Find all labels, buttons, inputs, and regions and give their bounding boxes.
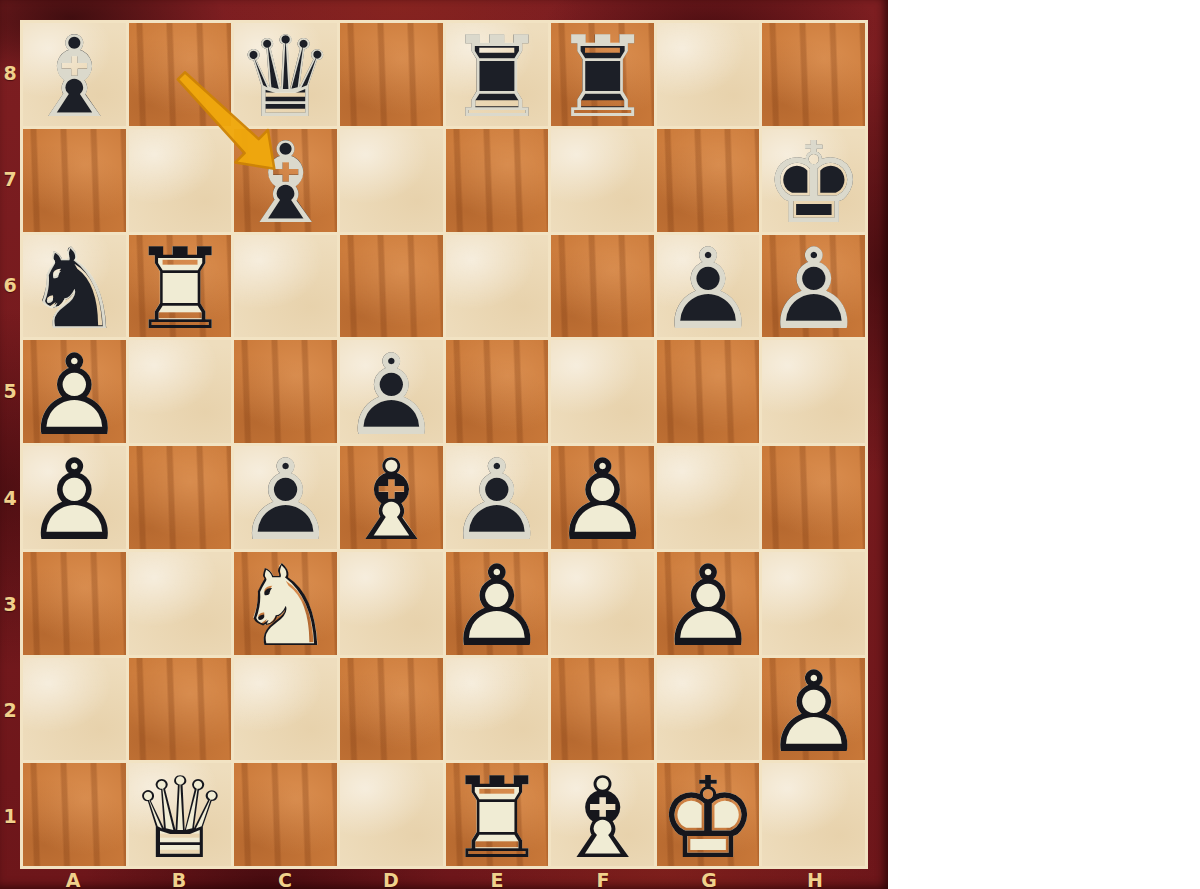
square-c4[interactable]: ♟♙ [234, 446, 337, 549]
piece-glyph-outline: ♖ [446, 23, 549, 126]
piece-glyph-outline: ♗ [234, 129, 337, 232]
square-e4[interactable]: ♟♙ [446, 446, 549, 549]
square-b1[interactable]: ♛♕ [129, 763, 232, 866]
piece-white-bishop-d4[interactable]: ♝♗ [340, 446, 443, 549]
piece-glyph-outline: ♙ [446, 446, 549, 549]
piece-black-pawn-g6[interactable]: ♟♙ [657, 235, 760, 338]
piece-black-king-h7[interactable]: ♚♔ [762, 129, 865, 232]
piece-white-pawn-g3[interactable]: ♟♙ [657, 552, 760, 655]
rank-label-4: 4 [0, 445, 20, 551]
rank-label-1: 1 [0, 763, 20, 869]
piece-glyph-outline: ♘ [23, 235, 126, 338]
piece-white-queen-b1[interactable]: ♛♕ [129, 763, 232, 866]
piece-black-bishop-c7[interactable]: ♝♗ [234, 129, 337, 232]
square-c5[interactable] [234, 340, 337, 443]
square-d8[interactable] [340, 23, 443, 126]
chess-board: ♝♗♛♕♜♖♜♖♝♗♚♔♞♘♜♖♟♙♟♙♟♙♟♙♟♙♟♙♝♗♟♙♟♙♞♘♟♙♟♙… [20, 20, 868, 869]
square-d1[interactable] [340, 763, 443, 866]
piece-glyph-outline: ♙ [446, 552, 549, 655]
square-b3[interactable] [129, 552, 232, 655]
square-a6[interactable]: ♞♘ [23, 235, 126, 338]
file-label-G: G [656, 869, 762, 889]
square-f1[interactable]: ♝♗ [551, 763, 654, 866]
piece-glyph-outline: ♗ [340, 446, 443, 549]
square-b4[interactable] [129, 446, 232, 549]
piece-white-knight-c3[interactable]: ♞♘ [234, 552, 337, 655]
piece-white-pawn-h2[interactable]: ♟♙ [762, 658, 865, 761]
file-label-B: B [126, 869, 232, 889]
square-b8[interactable] [129, 23, 232, 126]
file-label-D: D [338, 869, 444, 889]
piece-glyph-outline: ♙ [23, 340, 126, 443]
file-label-C: C [232, 869, 338, 889]
rank-label-6: 6 [0, 232, 20, 338]
square-d6[interactable] [340, 235, 443, 338]
square-b7[interactable] [129, 129, 232, 232]
square-g4[interactable] [657, 446, 760, 549]
piece-glyph-outline: ♘ [234, 552, 337, 655]
square-e3[interactable]: ♟♙ [446, 552, 549, 655]
piece-white-pawn-e3[interactable]: ♟♙ [446, 552, 549, 655]
piece-white-pawn-a4[interactable]: ♟♙ [23, 446, 126, 549]
chess-board-frame: ♝♗♛♕♜♖♜♖♝♗♚♔♞♘♜♖♟♙♟♙♟♙♟♙♟♙♟♙♝♗♟♙♟♙♞♘♟♙♟♙… [0, 0, 888, 889]
square-b6[interactable]: ♜♖ [129, 235, 232, 338]
square-a8[interactable]: ♝♗ [23, 23, 126, 126]
square-f4[interactable]: ♟♙ [551, 446, 654, 549]
square-f2[interactable] [551, 658, 654, 761]
square-f5[interactable] [551, 340, 654, 443]
piece-glyph-outline: ♗ [551, 763, 654, 866]
square-e5[interactable] [446, 340, 549, 443]
square-d2[interactable] [340, 658, 443, 761]
square-c8[interactable]: ♛♕ [234, 23, 337, 126]
piece-white-rook-b6[interactable]: ♜♖ [129, 235, 232, 338]
square-h6[interactable]: ♟♙ [762, 235, 865, 338]
file-labels: ABCDEFGH [20, 869, 868, 889]
piece-glyph-outline: ♙ [23, 446, 126, 549]
square-c7[interactable]: ♝♗ [234, 129, 337, 232]
square-a3[interactable] [23, 552, 126, 655]
piece-white-king-g1[interactable]: ♚♔ [657, 763, 760, 866]
square-e6[interactable] [446, 235, 549, 338]
square-e2[interactable] [446, 658, 549, 761]
square-h7[interactable]: ♚♔ [762, 129, 865, 232]
piece-glyph-outline: ♙ [657, 235, 760, 338]
rank-label-2: 2 [0, 657, 20, 763]
square-g8[interactable] [657, 23, 760, 126]
piece-glyph-outline: ♙ [657, 552, 760, 655]
square-h3[interactable] [762, 552, 865, 655]
square-e7[interactable] [446, 129, 549, 232]
rank-label-3: 3 [0, 551, 20, 657]
piece-glyph-outline: ♕ [234, 23, 337, 126]
square-e8[interactable]: ♜♖ [446, 23, 549, 126]
square-h1[interactable] [762, 763, 865, 866]
square-f3[interactable] [551, 552, 654, 655]
piece-black-pawn-c4[interactable]: ♟♙ [234, 446, 337, 549]
square-d7[interactable] [340, 129, 443, 232]
piece-glyph-outline: ♙ [551, 446, 654, 549]
piece-glyph-outline: ♗ [23, 23, 126, 126]
piece-glyph-outline: ♕ [129, 763, 232, 866]
piece-white-bishop-f1[interactable]: ♝♗ [551, 763, 654, 866]
square-c6[interactable] [234, 235, 337, 338]
rank-labels: 87654321 [0, 20, 20, 869]
square-d4[interactable]: ♝♗ [340, 446, 443, 549]
piece-glyph-outline: ♙ [762, 235, 865, 338]
square-c1[interactable] [234, 763, 337, 866]
square-g6[interactable]: ♟♙ [657, 235, 760, 338]
piece-glyph-outline: ♔ [762, 129, 865, 232]
square-b2[interactable] [129, 658, 232, 761]
piece-white-pawn-f4[interactable]: ♟♙ [551, 446, 654, 549]
piece-glyph-outline: ♙ [340, 340, 443, 443]
piece-black-rook-e8[interactable]: ♜♖ [446, 23, 549, 126]
piece-glyph-outline: ♖ [446, 763, 549, 866]
square-a2[interactable] [23, 658, 126, 761]
square-e1[interactable]: ♜♖ [446, 763, 549, 866]
square-a4[interactable]: ♟♙ [23, 446, 126, 549]
file-label-F: F [550, 869, 656, 889]
square-a7[interactable] [23, 129, 126, 232]
square-g3[interactable]: ♟♙ [657, 552, 760, 655]
piece-white-rook-e1[interactable]: ♜♖ [446, 763, 549, 866]
square-a1[interactable] [23, 763, 126, 866]
square-f8[interactable]: ♜♖ [551, 23, 654, 126]
square-g2[interactable] [657, 658, 760, 761]
file-label-E: E [444, 869, 550, 889]
square-g5[interactable] [657, 340, 760, 443]
piece-black-pawn-h6[interactable]: ♟♙ [762, 235, 865, 338]
square-h4[interactable] [762, 446, 865, 549]
square-g1[interactable]: ♚♔ [657, 763, 760, 866]
piece-black-pawn-d5[interactable]: ♟♙ [340, 340, 443, 443]
piece-black-queen-c8[interactable]: ♛♕ [234, 23, 337, 126]
square-c2[interactable] [234, 658, 337, 761]
piece-white-pawn-a5[interactable]: ♟♙ [23, 340, 126, 443]
square-g7[interactable] [657, 129, 760, 232]
piece-black-knight-a6[interactable]: ♞♘ [23, 235, 126, 338]
piece-black-pawn-e4[interactable]: ♟♙ [446, 446, 549, 549]
rank-label-8: 8 [0, 20, 20, 126]
piece-glyph-outline: ♔ [657, 763, 760, 866]
square-h8[interactable] [762, 23, 865, 126]
piece-black-rook-f8[interactable]: ♜♖ [551, 23, 654, 126]
square-f6[interactable] [551, 235, 654, 338]
rank-label-7: 7 [0, 126, 20, 232]
square-h2[interactable]: ♟♙ [762, 658, 865, 761]
file-label-H: H [762, 869, 868, 889]
piece-glyph-outline: ♙ [234, 446, 337, 549]
square-d5[interactable]: ♟♙ [340, 340, 443, 443]
chess-diagram-page: ♝♗♛♕♜♖♜♖♝♗♚♔♞♘♜♖♟♙♟♙♟♙♟♙♟♙♟♙♝♗♟♙♟♙♞♘♟♙♟♙… [0, 0, 1200, 889]
square-b5[interactable] [129, 340, 232, 443]
square-d3[interactable] [340, 552, 443, 655]
square-h5[interactable] [762, 340, 865, 443]
square-f7[interactable] [551, 129, 654, 232]
piece-glyph-outline: ♖ [129, 235, 232, 338]
square-c3[interactable]: ♞♘ [234, 552, 337, 655]
square-a5[interactable]: ♟♙ [23, 340, 126, 443]
piece-glyph-outline: ♖ [551, 23, 654, 126]
rank-label-5: 5 [0, 338, 20, 444]
file-label-A: A [20, 869, 126, 889]
piece-glyph-outline: ♙ [762, 658, 865, 761]
piece-black-bishop-a8[interactable]: ♝♗ [23, 23, 126, 126]
